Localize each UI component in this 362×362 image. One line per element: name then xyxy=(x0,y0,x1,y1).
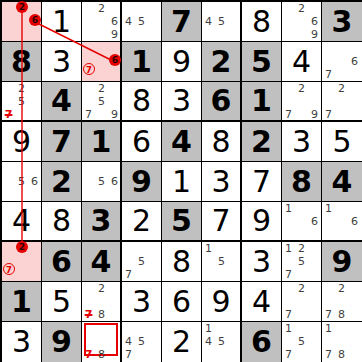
given-digit: 1 xyxy=(2,282,41,321)
candidate-8: 8 xyxy=(335,308,348,321)
cell-r6c6[interactable]: 7 xyxy=(202,202,242,242)
solved-digit: 3 xyxy=(42,42,81,81)
cell-r3c2[interactable]: 4 xyxy=(42,82,82,122)
cell-r8c3[interactable]: 287 xyxy=(82,282,122,322)
solved-digit: 3 xyxy=(162,82,201,120)
candidate-4: 4 xyxy=(122,15,135,28)
given-digit: 2 xyxy=(202,42,240,81)
candidate-2: 2 xyxy=(335,82,348,95)
pencil-marks: 16 xyxy=(282,202,321,240)
solved-digit: 8 xyxy=(122,82,161,120)
candidate-2: 2 xyxy=(95,2,108,15)
cell-r1c6[interactable]: 45 xyxy=(202,2,242,42)
given-digit: 1 xyxy=(242,82,281,120)
chain-node-7: 7 xyxy=(83,63,95,75)
cell-r2c8[interactable]: 4 xyxy=(282,42,322,82)
cell-r7c6[interactable]: 15 xyxy=(202,242,242,282)
given-digit: 7 xyxy=(162,2,201,41)
solved-digit: 5 xyxy=(42,282,81,321)
pencil-marks: 1257 xyxy=(282,242,321,281)
cell-r4c6[interactable]: 8 xyxy=(202,122,242,162)
solved-digit: 8 xyxy=(42,202,81,240)
cell-r7c7[interactable]: 3 xyxy=(242,242,282,282)
given-digit: 9 xyxy=(322,242,362,281)
cell-r5c3[interactable]: 56 xyxy=(82,162,122,202)
candidate-5: 5 xyxy=(15,175,28,188)
cell-r4c2[interactable]: 7 xyxy=(42,122,82,162)
solved-digit: 1 xyxy=(162,162,201,201)
cell-r2c9[interactable]: 67 xyxy=(322,42,362,82)
solved-digit: 3 xyxy=(2,322,41,362)
solved-digit: 8 xyxy=(202,122,240,161)
solved-digit: 2 xyxy=(162,322,201,362)
candidate-5: 5 xyxy=(215,335,228,348)
cell-r3c4[interactable]: 8 xyxy=(122,82,162,122)
given-digit: 4 xyxy=(42,82,81,120)
pencil-marks: 145 xyxy=(202,322,240,362)
candidate-7: 7 xyxy=(82,108,95,121)
candidate-5: 5 xyxy=(135,255,148,268)
pencil-marks: 27 xyxy=(282,282,321,321)
candidate-5: 5 xyxy=(215,15,228,28)
candidate-4: 4 xyxy=(202,15,215,28)
cell-r8c7[interactable]: 4 xyxy=(242,282,282,322)
solved-digit: 7 xyxy=(202,202,240,240)
given-digit: 4 xyxy=(162,122,201,161)
solved-digit: 1 xyxy=(42,2,81,41)
candidate-1: 1 xyxy=(282,322,295,335)
candidate-1: 1 xyxy=(282,202,295,215)
given-digit: 6 xyxy=(42,242,81,281)
cell-r6c3[interactable]: 3 xyxy=(82,202,122,242)
solved-digit: 7 xyxy=(242,162,281,201)
candidate-5: 5 xyxy=(295,335,308,348)
pencil-marks: 27 xyxy=(2,242,41,281)
cell-r9c4[interactable]: 457 xyxy=(122,322,162,362)
candidate-7: 7 xyxy=(282,308,295,321)
candidate-8: 8 xyxy=(335,348,348,361)
cell-r9c1[interactable]: 3 xyxy=(2,322,42,362)
pencil-marks: 56 xyxy=(2,162,41,201)
given-digit: 1 xyxy=(122,42,161,81)
pencil-marks: 87 xyxy=(82,322,120,362)
solved-digit: 9 xyxy=(162,42,201,81)
cell-r2c3[interactable]: 67 xyxy=(82,42,122,82)
candidate-4: 4 xyxy=(202,335,215,348)
solved-digit: 3 xyxy=(202,162,240,201)
cell-r6c1[interactable]: 4 xyxy=(2,202,42,242)
cell-r7c4[interactable]: 57 xyxy=(122,242,162,282)
candidate-5: 5 xyxy=(95,95,108,108)
candidate-2: 2 xyxy=(295,2,308,15)
cell-r2c5[interactable]: 9 xyxy=(162,42,202,82)
candidate-7: 7 xyxy=(322,108,335,121)
pencil-marks: 279 xyxy=(282,82,321,120)
candidate-6: 6 xyxy=(28,175,41,188)
cell-r9c8[interactable]: 157 xyxy=(282,322,322,362)
candidate-1: 1 xyxy=(202,242,215,255)
pencil-marks: 269 xyxy=(82,2,120,41)
cell-r5c8[interactable]: 8 xyxy=(282,162,322,202)
given-digit: 5 xyxy=(242,42,281,81)
sudoku-board: 2612694574582693836719254672574257983612… xyxy=(0,0,362,362)
candidate-9: 9 xyxy=(308,28,321,41)
cell-r4c5[interactable]: 4 xyxy=(162,122,202,162)
cell-r1c4[interactable]: 45 xyxy=(122,2,162,42)
given-digit: 6 xyxy=(242,322,281,362)
cell-r7c5[interactable]: 8 xyxy=(162,242,202,282)
solved-digit: 6 xyxy=(122,122,161,161)
candidate-7: 7 xyxy=(322,68,335,81)
pencil-marks: 257 xyxy=(2,82,41,120)
cell-r7c2[interactable]: 6 xyxy=(42,242,82,282)
candidate-5: 5 xyxy=(135,15,148,28)
cell-r5c4[interactable]: 9 xyxy=(122,162,162,202)
pencil-marks: 45 xyxy=(202,2,240,41)
cell-r4c3[interactable]: 1 xyxy=(82,122,122,162)
pencil-marks: 56 xyxy=(82,162,120,201)
candidate-7: 7 xyxy=(322,348,335,361)
given-digit: 3 xyxy=(322,2,362,41)
cell-r2c7[interactable]: 5 xyxy=(242,42,282,82)
candidate-7: 7 xyxy=(122,348,135,361)
cell-r3c7[interactable]: 1 xyxy=(242,82,282,122)
cell-r9c2[interactable]: 9 xyxy=(42,322,82,362)
cell-r4c7[interactable]: 2 xyxy=(242,122,282,162)
candidate-5: 5 xyxy=(135,335,148,348)
given-digit: 6 xyxy=(202,82,240,120)
candidate-1: 1 xyxy=(322,322,335,335)
cell-r9c6[interactable]: 145 xyxy=(202,322,242,362)
cell-r1c5[interactable]: 7 xyxy=(162,2,202,42)
eliminated-candidate-7: 7 xyxy=(82,348,95,361)
cell-r1c3[interactable]: 269 xyxy=(82,2,122,42)
candidate-2: 2 xyxy=(15,82,28,95)
cell-r6c4[interactable]: 2 xyxy=(122,202,162,242)
pencil-marks: 16 xyxy=(322,202,362,240)
sudoku-grid: 2612694574582693836719254672574257983612… xyxy=(0,0,362,362)
candidate-1: 1 xyxy=(202,322,215,335)
chain-node-6: 6 xyxy=(109,54,121,66)
cell-r5c7[interactable]: 7 xyxy=(242,162,282,202)
solved-digit: 4 xyxy=(282,42,321,81)
candidate-6: 6 xyxy=(348,55,361,68)
candidate-6: 6 xyxy=(308,215,321,228)
pencil-marks: 67 xyxy=(322,42,362,81)
cell-r9c9[interactable]: 178 xyxy=(322,322,362,362)
cell-r8c8[interactable]: 27 xyxy=(282,282,322,322)
cell-r9c5[interactable]: 2 xyxy=(162,322,202,362)
candidate-2: 2 xyxy=(295,282,308,295)
solved-digit: 5 xyxy=(322,122,362,161)
cell-r1c8[interactable]: 269 xyxy=(282,2,322,42)
candidate-5: 5 xyxy=(295,255,308,268)
given-digit: 2 xyxy=(242,122,281,161)
solved-digit: 6 xyxy=(162,282,201,321)
cell-r7c1[interactable]: 27 xyxy=(2,242,42,282)
candidate-6: 6 xyxy=(108,175,121,188)
solved-digit: 3 xyxy=(282,122,321,161)
given-digit: 8 xyxy=(2,42,41,81)
cell-r4c1[interactable]: 9 xyxy=(2,122,42,162)
candidate-7: 7 xyxy=(282,268,295,281)
candidate-8: 8 xyxy=(95,308,108,321)
candidate-6: 6 xyxy=(108,15,121,28)
cell-r6c5[interactable]: 5 xyxy=(162,202,202,242)
cell-r1c9[interactable]: 3 xyxy=(322,2,362,42)
given-digit: 3 xyxy=(82,202,120,240)
candidate-4: 4 xyxy=(122,335,135,348)
given-digit: 2 xyxy=(42,162,81,201)
candidate-2: 2 xyxy=(95,282,108,295)
cell-r1c7[interactable]: 8 xyxy=(242,2,282,42)
chain-node-6: 6 xyxy=(29,14,41,26)
cell-r3c8[interactable]: 279 xyxy=(282,82,322,122)
cell-r9c7[interactable]: 6 xyxy=(242,322,282,362)
cell-r7c9[interactable]: 9 xyxy=(322,242,362,282)
solved-digit: 4 xyxy=(242,282,281,321)
cell-r3c6[interactable]: 6 xyxy=(202,82,242,122)
eliminated-candidate-7: 7 xyxy=(82,308,95,321)
given-digit: 1 xyxy=(82,122,120,161)
eliminated-candidate-7: 7 xyxy=(2,108,15,121)
cell-r3c3[interactable]: 2579 xyxy=(82,82,122,122)
solved-digit: 8 xyxy=(242,2,281,41)
pencil-marks: 67 xyxy=(82,42,120,81)
solved-digit: 9 xyxy=(242,202,281,240)
candidate-7: 7 xyxy=(282,348,295,361)
chain-node-2: 2 xyxy=(16,1,28,13)
pencil-marks: 45 xyxy=(122,2,161,41)
candidate-6: 6 xyxy=(348,215,361,228)
cell-r4c8[interactable]: 3 xyxy=(282,122,322,162)
cell-r8c2[interactable]: 5 xyxy=(42,282,82,322)
cell-r6c8[interactable]: 16 xyxy=(282,202,322,242)
pencil-marks: 27 xyxy=(322,82,362,120)
pencil-marks: 26 xyxy=(2,2,41,41)
pencil-marks: 157 xyxy=(282,322,321,362)
cell-r5c2[interactable]: 2 xyxy=(42,162,82,202)
cell-r6c9[interactable]: 16 xyxy=(322,202,362,242)
candidate-8: 8 xyxy=(95,348,108,361)
candidate-7: 7 xyxy=(282,108,295,121)
candidate-2: 2 xyxy=(295,242,308,255)
candidate-9: 9 xyxy=(108,108,121,121)
candidate-5: 5 xyxy=(95,175,108,188)
given-digit: 4 xyxy=(322,162,362,201)
cell-r4c9[interactable]: 5 xyxy=(322,122,362,162)
candidate-6: 6 xyxy=(308,15,321,28)
pencil-marks: 2579 xyxy=(82,82,120,120)
candidate-2: 2 xyxy=(295,82,308,95)
candidate-7: 7 xyxy=(122,268,135,281)
cell-r7c3[interactable]: 4 xyxy=(82,242,122,282)
cell-r5c1[interactable]: 56 xyxy=(2,162,42,202)
pencil-marks: 287 xyxy=(82,282,120,321)
solved-digit: 4 xyxy=(2,202,41,240)
cell-r8c6[interactable]: 9 xyxy=(202,282,242,322)
candidate-7: 7 xyxy=(322,308,335,321)
candidate-5: 5 xyxy=(15,95,28,108)
chain-node-2: 2 xyxy=(16,241,28,253)
cell-r1c1[interactable]: 26 xyxy=(2,2,42,42)
given-digit: 4 xyxy=(82,242,120,281)
candidate-5: 5 xyxy=(215,255,228,268)
cell-r2c2[interactable]: 3 xyxy=(42,42,82,82)
solved-digit: 3 xyxy=(242,242,281,281)
candidate-2: 2 xyxy=(335,282,348,295)
chain-node-7: 7 xyxy=(3,263,15,275)
given-digit: 9 xyxy=(42,322,81,362)
cell-r4c4[interactable]: 6 xyxy=(122,122,162,162)
candidate-1: 1 xyxy=(322,202,335,215)
cell-r5c9[interactable]: 4 xyxy=(322,162,362,202)
cell-r8c9[interactable]: 278 xyxy=(322,282,362,322)
pencil-marks: 57 xyxy=(122,242,161,281)
cell-r3c9[interactable]: 27 xyxy=(322,82,362,122)
cell-r8c4[interactable]: 3 xyxy=(122,282,162,322)
cell-r1c2[interactable]: 1 xyxy=(42,2,82,42)
cell-r2c1[interactable]: 8 xyxy=(2,42,42,82)
pencil-marks: 457 xyxy=(122,322,161,362)
pencil-marks: 278 xyxy=(322,282,362,321)
pencil-marks: 15 xyxy=(202,242,240,281)
cell-r6c7[interactable]: 9 xyxy=(242,202,282,242)
solved-digit: 3 xyxy=(122,282,161,321)
given-digit: 5 xyxy=(162,202,201,240)
cell-r3c5[interactable]: 3 xyxy=(162,82,202,122)
solved-digit: 9 xyxy=(202,282,240,321)
solved-digit: 9 xyxy=(2,122,41,161)
cell-r3c1[interactable]: 257 xyxy=(2,82,42,122)
candidate-9: 9 xyxy=(308,108,321,121)
given-digit: 8 xyxy=(282,162,321,201)
cell-r9c3[interactable]: 87 xyxy=(82,322,122,362)
pencil-marks: 269 xyxy=(282,2,321,41)
cell-r2c4[interactable]: 1 xyxy=(122,42,162,82)
cell-r7c8[interactable]: 1257 xyxy=(282,242,322,282)
pencil-marks: 178 xyxy=(322,322,362,362)
solved-digit: 8 xyxy=(162,242,201,281)
cell-r5c5[interactable]: 1 xyxy=(162,162,202,202)
candidate-1: 1 xyxy=(282,242,295,255)
cell-r2c6[interactable]: 2 xyxy=(202,42,242,82)
cell-r5c6[interactable]: 3 xyxy=(202,162,242,202)
cell-r8c1[interactable]: 1 xyxy=(2,282,42,322)
given-digit: 9 xyxy=(122,162,161,201)
solved-digit: 2 xyxy=(122,202,161,240)
cell-r6c2[interactable]: 8 xyxy=(42,202,82,242)
candidate-2: 2 xyxy=(95,82,108,95)
given-digit: 7 xyxy=(42,122,81,161)
candidate-9: 9 xyxy=(108,28,121,41)
cell-r8c5[interactable]: 6 xyxy=(162,282,202,322)
